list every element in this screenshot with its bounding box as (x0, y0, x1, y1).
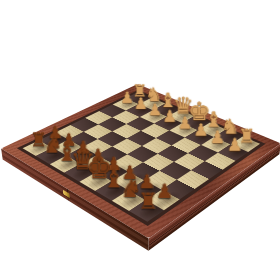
scene-3d: ♜♟♟♜♞♟♟♞♝♟♟♝♛♟♟♛♚♟♟♚♝♟♟♝♞♟♟♞♜♟♟♜ (0, 0, 280, 280)
chess-board-box: ♜♟♟♜♞♟♟♞♝♟♟♝♛♟♟♛♚♟♟♚♝♟♟♝♞♟♟♞♜♟♟♜ (1, 84, 280, 238)
chessboard: ♜♟♟♜♞♟♟♞♝♟♟♝♛♟♟♛♚♟♟♚♝♟♟♝♞♟♟♞♜♟♟♜ (23, 92, 260, 222)
brass-hinge-icon (63, 190, 70, 199)
photo-canvas: ♜♟♟♜♞♟♟♞♝♟♟♝♛♟♟♛♚♟♟♚♝♟♟♝♞♟♟♞♜♟♟♜ (0, 0, 280, 280)
piece-glyph: ♜ (136, 190, 161, 211)
board-frame: ♜♟♟♜♞♟♟♞♝♟♟♝♛♟♟♛♚♟♟♚♝♟♟♝♞♟♟♞♜♟♟♜ (1, 84, 280, 238)
piece-glyph: ♟ (224, 137, 245, 153)
board-inner-border: ♜♟♟♜♞♟♟♞♝♟♟♝♛♟♟♛♚♟♟♚♝♟♟♝♞♟♟♞♜♟♟♜ (17, 90, 266, 226)
